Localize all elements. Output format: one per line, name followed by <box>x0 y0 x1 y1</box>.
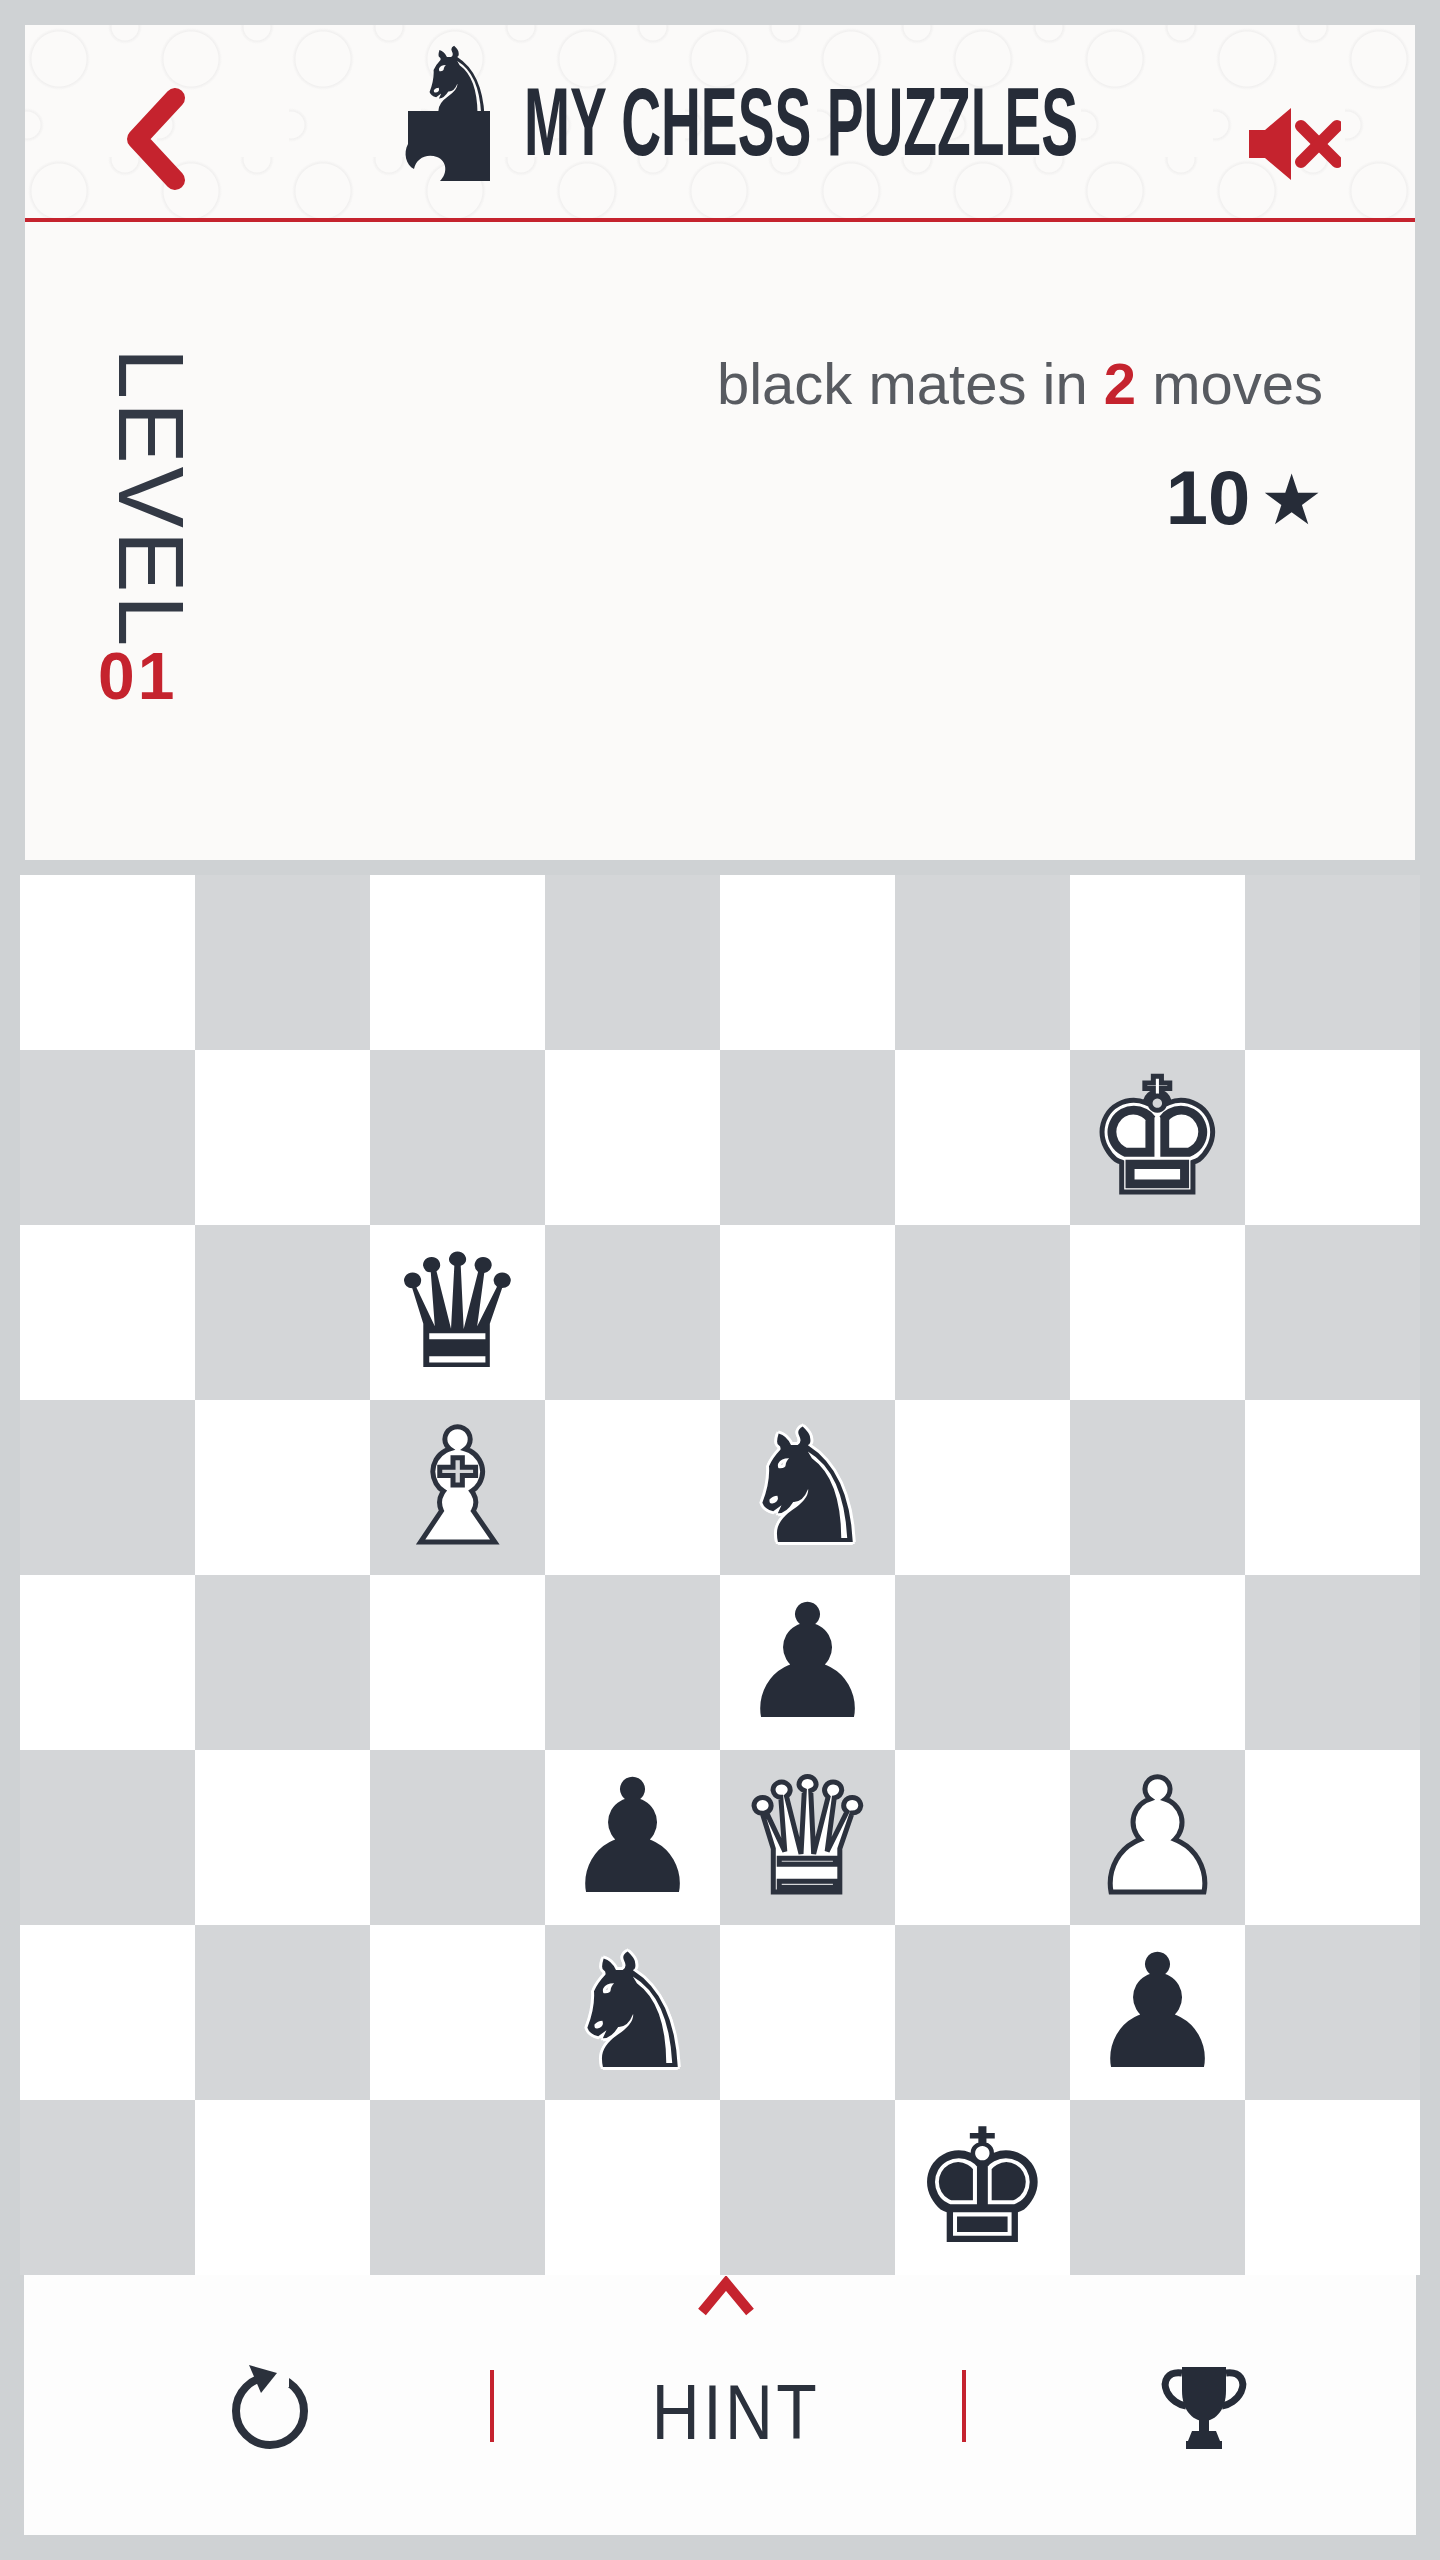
trophy-icon <box>1154 2361 1254 2453</box>
white-bishop-c5[interactable]: ♝ <box>387 1400 529 1575</box>
footer-separator <box>962 2370 966 2442</box>
square-a3[interactable] <box>20 1750 195 1925</box>
hint-button[interactable]: HINT <box>631 2371 831 2451</box>
square-h8[interactable] <box>1245 875 1420 1050</box>
square-h1[interactable] <box>1245 2100 1420 2275</box>
star-score: 10★ <box>1166 454 1323 541</box>
square-f8[interactable] <box>895 875 1070 1050</box>
expand-panel-button[interactable] <box>690 2275 750 2315</box>
square-g1[interactable] <box>1070 2100 1245 2275</box>
level-panel: LEVEL 01 black mates in 2 moves 10★ <box>25 222 1415 860</box>
square-b5[interactable] <box>195 1400 370 1575</box>
level-label: LEVEL <box>98 348 203 649</box>
square-a2[interactable] <box>20 1925 195 2100</box>
square-g5[interactable] <box>1070 1400 1245 1575</box>
square-d8[interactable] <box>545 875 720 1050</box>
square-b6[interactable] <box>195 1225 370 1400</box>
square-a7[interactable] <box>20 1050 195 1225</box>
square-b2[interactable] <box>195 1925 370 2100</box>
square-e5[interactable]: ♞ <box>720 1400 895 1575</box>
white-king-g7[interactable]: ♚ <box>1087 1050 1229 1225</box>
square-c5[interactable]: ♝ <box>370 1400 545 1575</box>
square-g4[interactable] <box>1070 1575 1245 1750</box>
square-f7[interactable] <box>895 1050 1070 1225</box>
speaker-muted-icon <box>1249 106 1341 182</box>
square-h7[interactable] <box>1245 1050 1420 1225</box>
square-f6[interactable] <box>895 1225 1070 1400</box>
white-pawn-g3[interactable]: ♟ <box>1087 1750 1229 1925</box>
header-title-group: ♞ MY CHESS PUZZLES <box>25 25 1415 218</box>
black-pawn-e4[interactable]: ♟ <box>737 1575 879 1750</box>
star-icon: ★ <box>1260 459 1323 541</box>
trophy-button[interactable] <box>1148 2360 1248 2452</box>
chess-board: ♚♛♝♞♟♟♛♟♞♟♚ <box>20 875 1420 2275</box>
square-e7[interactable] <box>720 1050 895 1225</box>
chevron-up-icon <box>696 2276 756 2316</box>
bottom-strip <box>0 2535 1440 2560</box>
square-e2[interactable] <box>720 1925 895 2100</box>
square-c4[interactable] <box>370 1575 545 1750</box>
square-f2[interactable] <box>895 1925 1070 2100</box>
square-h3[interactable] <box>1245 1750 1420 1925</box>
square-g7[interactable]: ♚ <box>1070 1050 1245 1225</box>
black-knight-d2[interactable]: ♞ <box>562 1925 704 2100</box>
square-h6[interactable] <box>1245 1225 1420 1400</box>
square-f5[interactable] <box>895 1400 1070 1575</box>
square-f3[interactable] <box>895 1750 1070 1925</box>
chess-puzzle-app: ♞ MY CHESS PUZZLES LEVEL 01 black mates … <box>0 0 1440 2560</box>
square-c7[interactable] <box>370 1050 545 1225</box>
square-h2[interactable] <box>1245 1925 1420 2100</box>
objective-suffix: moves <box>1136 351 1323 416</box>
square-e6[interactable] <box>720 1225 895 1400</box>
square-f4[interactable] <box>895 1575 1070 1750</box>
square-h4[interactable] <box>1245 1575 1420 1750</box>
square-e3[interactable]: ♛ <box>720 1750 895 1925</box>
star-count: 10 <box>1166 455 1251 540</box>
footer-bar: HINT <box>24 2275 1416 2535</box>
app-logo: ♞ <box>400 63 496 185</box>
square-d1[interactable] <box>545 2100 720 2275</box>
square-b8[interactable] <box>195 875 370 1050</box>
footer-separator <box>490 2370 494 2442</box>
square-c6[interactable]: ♛ <box>370 1225 545 1400</box>
square-c1[interactable] <box>370 2100 545 2275</box>
square-a1[interactable] <box>20 2100 195 2275</box>
square-d2[interactable]: ♞ <box>545 1925 720 2100</box>
square-d7[interactable] <box>545 1050 720 1225</box>
square-f1[interactable]: ♚ <box>895 2100 1070 2275</box>
mute-button[interactable] <box>1243 105 1335 181</box>
square-c8[interactable] <box>370 875 545 1050</box>
square-g8[interactable] <box>1070 875 1245 1050</box>
black-king-f1[interactable]: ♚ <box>912 2100 1054 2275</box>
reset-rotate-icon <box>225 2361 315 2453</box>
square-a8[interactable] <box>20 875 195 1050</box>
square-a5[interactable] <box>20 1400 195 1575</box>
black-knight-e5[interactable]: ♞ <box>737 1400 879 1575</box>
square-c3[interactable] <box>370 1750 545 1925</box>
black-pawn-g2[interactable]: ♟ <box>1087 1925 1229 2100</box>
square-h5[interactable] <box>1245 1400 1420 1575</box>
square-b7[interactable] <box>195 1050 370 1225</box>
reset-button[interactable] <box>219 2360 309 2452</box>
white-queen-e3[interactable]: ♛ <box>737 1750 879 1925</box>
square-b3[interactable] <box>195 1750 370 1925</box>
square-b1[interactable] <box>195 2100 370 2275</box>
black-queen-c6[interactable]: ♛ <box>387 1225 529 1400</box>
square-c2[interactable] <box>370 1925 545 2100</box>
square-e4[interactable]: ♟ <box>720 1575 895 1750</box>
objective-prefix: black mates in <box>717 351 1104 416</box>
app-header: ♞ MY CHESS PUZZLES <box>25 25 1415 222</box>
square-d4[interactable] <box>545 1575 720 1750</box>
level-number: 01 <box>98 638 177 714</box>
page-title: MY CHESS PUZZLES <box>524 62 1040 182</box>
knight-logo-icon: ♞ <box>414 35 500 131</box>
black-pawn-d3[interactable]: ♟ <box>562 1750 704 1925</box>
square-d3[interactable]: ♟ <box>545 1750 720 1925</box>
objective-moves-count: 2 <box>1104 351 1136 416</box>
square-b4[interactable] <box>195 1575 370 1750</box>
square-a6[interactable] <box>20 1225 195 1400</box>
square-e8[interactable] <box>720 875 895 1050</box>
square-d6[interactable] <box>545 1225 720 1400</box>
square-g2[interactable]: ♟ <box>1070 1925 1245 2100</box>
square-d5[interactable] <box>545 1400 720 1575</box>
square-a4[interactable] <box>20 1575 195 1750</box>
square-e1[interactable] <box>720 2100 895 2275</box>
square-g3[interactable]: ♟ <box>1070 1750 1245 1925</box>
puzzle-objective: black mates in 2 moves <box>717 350 1323 417</box>
square-g6[interactable] <box>1070 1225 1245 1400</box>
hint-label: HINT <box>652 2372 820 2452</box>
